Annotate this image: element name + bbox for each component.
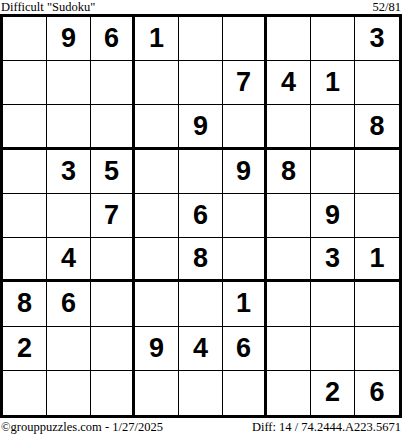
sudoku-cell-r4c8-empty[interactable] xyxy=(311,150,355,194)
sudoku-cell-r1c5-empty[interactable] xyxy=(179,17,223,61)
sudoku-cell-r2c5-empty[interactable] xyxy=(179,61,223,105)
sudoku-cell-r5c9-empty[interactable] xyxy=(355,194,399,238)
sudoku-cell-r8c1-given: 2 xyxy=(3,327,47,371)
sudoku-cell-r1c2-given: 9 xyxy=(47,17,91,61)
sudoku-cell-r6c5-given: 8 xyxy=(179,238,223,282)
sudoku-cell-r5c7-empty[interactable] xyxy=(267,194,311,238)
sudoku-cell-r1c4-given: 1 xyxy=(135,17,179,61)
sudoku-cell-r6c6-empty[interactable] xyxy=(223,238,267,282)
sudoku-cell-r6c3-empty[interactable] xyxy=(91,238,135,282)
sudoku-cell-r1c8-empty[interactable] xyxy=(311,17,355,61)
sudoku-cell-r1c3-given: 6 xyxy=(91,17,135,61)
sudoku-cell-r8c5-given: 4 xyxy=(179,327,223,371)
sudoku-cell-r9c7-empty[interactable] xyxy=(267,371,311,415)
sudoku-cell-r9c6-empty[interactable] xyxy=(223,371,267,415)
sudoku-cell-r5c1-empty[interactable] xyxy=(3,194,47,238)
sudoku-cell-r1c9-given: 3 xyxy=(355,17,399,61)
sudoku-cell-r1c7-empty[interactable] xyxy=(267,17,311,61)
sudoku-cell-r8c4-given: 9 xyxy=(135,327,179,371)
sudoku-cell-r6c8-given: 3 xyxy=(311,238,355,282)
sudoku-cell-r7c8-empty[interactable] xyxy=(311,282,355,326)
sudoku-cell-r9c9-given: 6 xyxy=(355,371,399,415)
sudoku-cell-r8c9-empty[interactable] xyxy=(355,327,399,371)
sudoku-cell-r9c5-empty[interactable] xyxy=(179,371,223,415)
sudoku-cell-r3c4-empty[interactable] xyxy=(135,105,179,149)
empty-cells-counter: 52/81 xyxy=(373,1,401,14)
sudoku-cell-r1c1-empty[interactable] xyxy=(3,17,47,61)
sudoku-cell-r2c1-empty[interactable] xyxy=(3,61,47,105)
sudoku-cell-r7c3-empty[interactable] xyxy=(91,282,135,326)
sudoku-cell-r1c6-empty[interactable] xyxy=(223,17,267,61)
sudoku-cell-r9c8-given: 2 xyxy=(311,371,355,415)
sudoku-cell-r9c2-empty[interactable] xyxy=(47,371,91,415)
difficulty-text: Diff: 14 / 74.2444.A223.5671 xyxy=(252,420,401,435)
sudoku-cell-r2c4-empty[interactable] xyxy=(135,61,179,105)
sudoku-cell-r4c7-given: 8 xyxy=(267,150,311,194)
sudoku-cell-r6c7-empty[interactable] xyxy=(267,238,311,282)
sudoku-cell-r6c2-given: 4 xyxy=(47,238,91,282)
sudoku-cell-r3c5-given: 9 xyxy=(179,105,223,149)
sudoku-cell-r9c1-empty[interactable] xyxy=(3,371,47,415)
sudoku-cell-r8c8-empty[interactable] xyxy=(311,327,355,371)
sudoku-cell-r3c1-empty[interactable] xyxy=(3,105,47,149)
header-bar: Difficult "Sudoku" 52/81 xyxy=(0,0,402,14)
sudoku-cell-r2c9-empty[interactable] xyxy=(355,61,399,105)
sudoku-cell-r8c3-empty[interactable] xyxy=(91,327,135,371)
sudoku-cell-r8c2-empty[interactable] xyxy=(47,327,91,371)
sudoku-cell-r3c8-empty[interactable] xyxy=(311,105,355,149)
sudoku-cell-r5c4-empty[interactable] xyxy=(135,194,179,238)
sudoku-cell-r7c5-empty[interactable] xyxy=(179,282,223,326)
sudoku-cell-r3c3-empty[interactable] xyxy=(91,105,135,149)
copyright-text: ©grouppuzzles.com - 1/27/2025 xyxy=(1,420,163,435)
sudoku-cell-r4c9-empty[interactable] xyxy=(355,150,399,194)
sudoku-cell-r3c7-empty[interactable] xyxy=(267,105,311,149)
sudoku-cell-r9c4-empty[interactable] xyxy=(135,371,179,415)
sudoku-cell-r4c1-empty[interactable] xyxy=(3,150,47,194)
sudoku-cell-r2c7-given: 4 xyxy=(267,61,311,105)
sudoku-cell-r7c1-given: 8 xyxy=(3,282,47,326)
sudoku-board: 96137419835987694831861294626 xyxy=(0,14,402,418)
sudoku-cell-r5c8-given: 9 xyxy=(311,194,355,238)
sudoku-cell-r4c3-given: 5 xyxy=(91,150,135,194)
sudoku-cell-r8c7-empty[interactable] xyxy=(267,327,311,371)
sudoku-cell-r5c2-empty[interactable] xyxy=(47,194,91,238)
sudoku-cell-r5c5-given: 6 xyxy=(179,194,223,238)
sudoku-cell-r3c9-given: 8 xyxy=(355,105,399,149)
sudoku-cell-r7c9-empty[interactable] xyxy=(355,282,399,326)
sudoku-cell-r7c7-empty[interactable] xyxy=(267,282,311,326)
sudoku-cell-r9c3-empty[interactable] xyxy=(91,371,135,415)
puzzle-title: Difficult "Sudoku" xyxy=(1,1,95,14)
sudoku-cell-r6c9-given: 1 xyxy=(355,238,399,282)
sudoku-cell-r2c2-empty[interactable] xyxy=(47,61,91,105)
sudoku-cell-r5c3-given: 7 xyxy=(91,194,135,238)
sudoku-cell-r2c3-empty[interactable] xyxy=(91,61,135,105)
sudoku-cell-r7c2-given: 6 xyxy=(47,282,91,326)
sudoku-cell-r2c6-given: 7 xyxy=(223,61,267,105)
sudoku-cell-r8c6-given: 6 xyxy=(223,327,267,371)
sudoku-cell-r6c4-empty[interactable] xyxy=(135,238,179,282)
sudoku-cell-r3c6-empty[interactable] xyxy=(223,105,267,149)
sudoku-cell-r3c2-empty[interactable] xyxy=(47,105,91,149)
sudoku-cell-r7c6-given: 1 xyxy=(223,282,267,326)
sudoku-cell-r7c4-empty[interactable] xyxy=(135,282,179,326)
sudoku-cell-r2c8-given: 1 xyxy=(311,61,355,105)
footer-bar: ©grouppuzzles.com - 1/27/2025 Diff: 14 /… xyxy=(0,418,402,437)
sudoku-cell-r4c4-empty[interactable] xyxy=(135,150,179,194)
sudoku-cell-r4c5-empty[interactable] xyxy=(179,150,223,194)
sudoku-cell-r4c2-given: 3 xyxy=(47,150,91,194)
sudoku-cell-r4c6-given: 9 xyxy=(223,150,267,194)
sudoku-cell-r5c6-empty[interactable] xyxy=(223,194,267,238)
sudoku-cell-r6c1-empty[interactable] xyxy=(3,238,47,282)
